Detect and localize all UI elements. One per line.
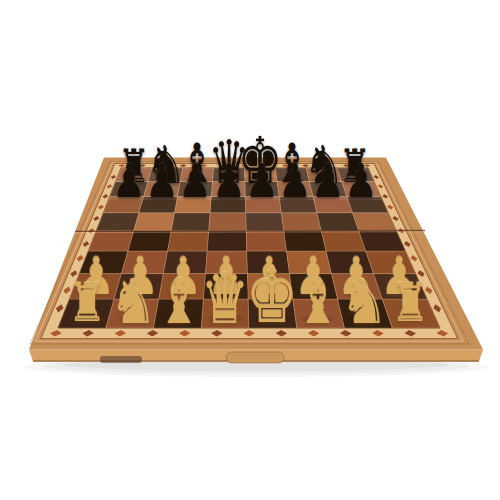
- white-knight-icon: ♞: [109, 271, 157, 332]
- pieces-layer: ♜♞♝♛♚♝♞♜♟♟♟♟♟♟♟♟♟♟♟♟♟♟♟♟♜♞♝♛♚♝♞♜: [0, 0, 500, 500]
- black-pawn-icon: ♟: [113, 158, 146, 205]
- white-bishop-icon: ♝: [157, 270, 201, 333]
- white-rook-icon: ♜: [391, 277, 429, 330]
- white-bishop-icon: ♝: [296, 270, 340, 333]
- white-king-icon: ♚: [245, 260, 297, 335]
- white-knight-icon: ♞: [340, 271, 388, 332]
- black-pawn-icon: ♟: [278, 158, 311, 205]
- black-pawn-icon: ♟: [311, 158, 344, 205]
- black-pawn-icon: ♟: [212, 158, 245, 205]
- black-pawn-icon: ♟: [179, 158, 212, 205]
- chess-set-product-photo: ♜♞♝♛♚♝♞♜♟♟♟♟♟♟♟♟♟♟♟♟♟♟♟♟♜♞♝♛♚♝♞♜: [0, 0, 500, 500]
- white-rook-icon: ♜: [68, 277, 106, 330]
- white-queen-icon: ♛: [201, 264, 250, 334]
- black-pawn-icon: ♟: [344, 158, 377, 205]
- black-pawn-icon: ♟: [245, 158, 278, 205]
- black-pawn-icon: ♟: [146, 158, 179, 205]
